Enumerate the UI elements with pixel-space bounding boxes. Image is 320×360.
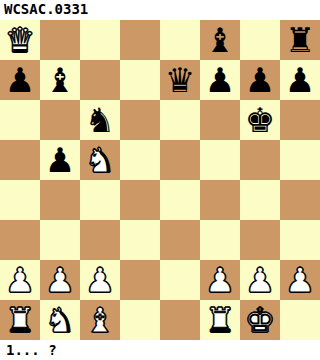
square-h4[interactable] [280, 180, 320, 220]
square-e7[interactable]: ♛ [160, 60, 200, 100]
square-g2[interactable]: ♟ [240, 260, 280, 300]
square-c6[interactable]: ♞ [80, 100, 120, 140]
black-pawn: ♟ [40, 140, 80, 180]
square-c2[interactable]: ♟ [80, 260, 120, 300]
square-f6[interactable] [200, 100, 240, 140]
square-d6[interactable] [120, 100, 160, 140]
square-f5[interactable] [200, 140, 240, 180]
square-f8[interactable]: ♝ [200, 20, 240, 60]
white-queen: ♛ [0, 20, 40, 60]
square-c5[interactable]: ♞ [80, 140, 120, 180]
white-pawn: ♟ [40, 260, 80, 300]
square-h6[interactable] [280, 100, 320, 140]
chess-board: ♛♝♜♟♝♛♟♟♟♞♚♟♞♟♟♟♟♟♟♜♞♝♜♚ [0, 20, 320, 340]
square-d3[interactable] [120, 220, 160, 260]
black-pawn: ♟ [200, 60, 240, 100]
square-f2[interactable]: ♟ [200, 260, 240, 300]
square-e1[interactable] [160, 300, 200, 340]
square-b4[interactable] [40, 180, 80, 220]
square-a3[interactable] [0, 220, 40, 260]
square-c3[interactable] [80, 220, 120, 260]
black-knight: ♞ [80, 100, 120, 140]
chess-app-window: WCSAC.0331 ♛♝♜♟♝♛♟♟♟♞♚♟♞♟♟♟♟♟♟♜♞♝♜♚ 1...… [0, 0, 320, 360]
square-e8[interactable] [160, 20, 200, 60]
square-b6[interactable] [40, 100, 80, 140]
white-pawn: ♟ [0, 260, 40, 300]
white-pawn: ♟ [200, 260, 240, 300]
square-a4[interactable] [0, 180, 40, 220]
square-c4[interactable] [80, 180, 120, 220]
square-f1[interactable]: ♜ [200, 300, 240, 340]
square-b7[interactable]: ♝ [40, 60, 80, 100]
square-h3[interactable] [280, 220, 320, 260]
square-h2[interactable]: ♟ [280, 260, 320, 300]
square-g1[interactable]: ♚ [240, 300, 280, 340]
black-pawn: ♟ [240, 60, 280, 100]
white-bishop: ♝ [80, 300, 120, 340]
square-d8[interactable] [120, 20, 160, 60]
square-d5[interactable] [120, 140, 160, 180]
square-g7[interactable]: ♟ [240, 60, 280, 100]
square-b2[interactable]: ♟ [40, 260, 80, 300]
square-e6[interactable] [160, 100, 200, 140]
square-d7[interactable] [120, 60, 160, 100]
square-f3[interactable] [200, 220, 240, 260]
square-g6[interactable]: ♚ [240, 100, 280, 140]
white-knight: ♞ [40, 300, 80, 340]
square-d1[interactable] [120, 300, 160, 340]
white-king: ♚ [240, 300, 280, 340]
white-rook: ♜ [0, 300, 40, 340]
square-b8[interactable] [40, 20, 80, 60]
square-c8[interactable] [80, 20, 120, 60]
black-pawn: ♟ [0, 60, 40, 100]
square-g4[interactable] [240, 180, 280, 220]
square-h5[interactable] [280, 140, 320, 180]
white-pawn: ♟ [240, 260, 280, 300]
square-f7[interactable]: ♟ [200, 60, 240, 100]
square-b1[interactable]: ♞ [40, 300, 80, 340]
black-bishop: ♝ [40, 60, 80, 100]
black-pawn: ♟ [280, 60, 320, 100]
square-a5[interactable] [0, 140, 40, 180]
square-a6[interactable] [0, 100, 40, 140]
square-a2[interactable]: ♟ [0, 260, 40, 300]
square-e3[interactable] [160, 220, 200, 260]
black-rook: ♜ [280, 20, 320, 60]
square-g5[interactable] [240, 140, 280, 180]
square-a7[interactable]: ♟ [0, 60, 40, 100]
square-e2[interactable] [160, 260, 200, 300]
square-h1[interactable] [280, 300, 320, 340]
square-d4[interactable] [120, 180, 160, 220]
square-b5[interactable]: ♟ [40, 140, 80, 180]
square-c1[interactable]: ♝ [80, 300, 120, 340]
square-c7[interactable] [80, 60, 120, 100]
square-h7[interactable]: ♟ [280, 60, 320, 100]
white-pawn: ♟ [80, 260, 120, 300]
square-e5[interactable] [160, 140, 200, 180]
square-a8[interactable]: ♛ [0, 20, 40, 60]
white-pawn: ♟ [280, 260, 320, 300]
puzzle-title: WCSAC.0331 [0, 0, 320, 20]
black-king: ♚ [240, 100, 280, 140]
black-queen: ♛ [160, 60, 200, 100]
square-d2[interactable] [120, 260, 160, 300]
square-g8[interactable] [240, 20, 280, 60]
move-prompt: 1... ? [0, 340, 320, 360]
square-g3[interactable] [240, 220, 280, 260]
white-rook: ♜ [200, 300, 240, 340]
square-f4[interactable] [200, 180, 240, 220]
square-b3[interactable] [40, 220, 80, 260]
square-a1[interactable]: ♜ [0, 300, 40, 340]
square-h8[interactable]: ♜ [280, 20, 320, 60]
square-e4[interactable] [160, 180, 200, 220]
white-knight: ♞ [80, 140, 120, 180]
black-bishop: ♝ [200, 20, 240, 60]
